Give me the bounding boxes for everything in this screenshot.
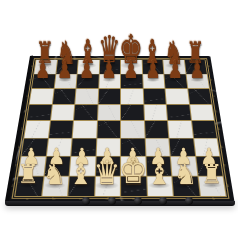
piece-black-pawn-b7[interactable]: ♟ bbox=[57, 65, 72, 82]
front-edge-knob bbox=[134, 197, 142, 205]
piece-white-rook-h1[interactable]: ♜ bbox=[201, 164, 222, 188]
front-edge-knob bbox=[159, 197, 167, 205]
piece-white-king-e1[interactable]: ♚ bbox=[119, 157, 148, 189]
piece-black-pawn-d7[interactable]: ♟ bbox=[101, 65, 116, 82]
chess-set-scene: abcdefgh1122334455667788 ♜♞♝♛♚♝♞♜♟♟♟♟♟♟♟… bbox=[0, 0, 238, 238]
piece-black-pawn-h7[interactable]: ♟ bbox=[190, 65, 205, 82]
piece-white-bishop-c1[interactable]: ♝ bbox=[69, 162, 93, 189]
front-edge-knob bbox=[108, 197, 116, 205]
piece-black-pawn-f7[interactable]: ♟ bbox=[146, 65, 161, 82]
piece-white-rook-a1[interactable]: ♜ bbox=[18, 164, 39, 188]
piece-black-pawn-g7[interactable]: ♟ bbox=[168, 65, 183, 82]
piece-white-knight-g1[interactable]: ♞ bbox=[174, 162, 197, 188]
front-edge-knob bbox=[185, 197, 193, 205]
front-edge-knob bbox=[82, 197, 90, 205]
piece-black-pawn-a7[interactable]: ♟ bbox=[35, 65, 50, 82]
piece-black-pawn-e7[interactable]: ♟ bbox=[123, 65, 138, 82]
piece-black-pawn-c7[interactable]: ♟ bbox=[79, 65, 94, 82]
piece-white-queen-d1[interactable]: ♛ bbox=[93, 159, 120, 189]
piece-white-bishop-f1[interactable]: ♝ bbox=[147, 162, 171, 189]
piece-white-knight-b1[interactable]: ♞ bbox=[43, 162, 66, 188]
board-front-edge bbox=[5, 201, 235, 206]
